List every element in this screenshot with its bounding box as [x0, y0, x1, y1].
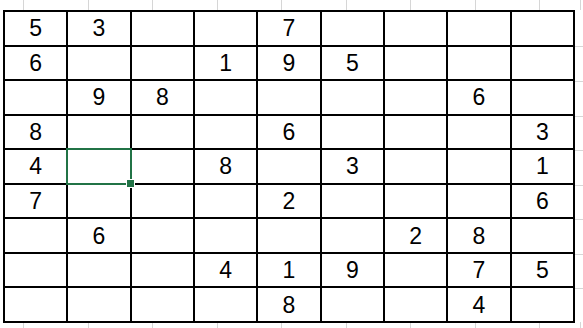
cell-r9c3[interactable] — [132, 288, 193, 321]
cell-r4c5[interactable]: 6 — [258, 116, 319, 149]
cell-r2c6[interactable]: 5 — [322, 47, 383, 80]
cell-r4c4[interactable] — [195, 116, 256, 149]
cell-r5c3[interactable] — [132, 150, 193, 183]
cell-r7c4[interactable] — [195, 219, 256, 252]
sheet-gridline-v — [580, 0, 581, 10]
cell-r8c6[interactable]: 9 — [322, 254, 383, 287]
cell-r4c9[interactable]: 3 — [512, 116, 573, 149]
sheet-gridline-h — [575, 254, 583, 255]
cell-r3c4[interactable] — [195, 81, 256, 114]
cell-r5c9[interactable]: 1 — [512, 150, 573, 183]
cell-r6c6[interactable] — [322, 185, 383, 218]
cell-r9c4[interactable] — [195, 288, 256, 321]
cell-r2c4[interactable]: 1 — [195, 47, 256, 80]
cell-r9c8[interactable]: 4 — [448, 288, 509, 321]
spreadsheet-canvas: 537619598686348317266284197584 — [0, 0, 583, 328]
cell-r3c7[interactable] — [385, 81, 446, 114]
cell-r4c6[interactable] — [322, 116, 383, 149]
sheet-gridline-v — [410, 0, 411, 10]
cell-r3c2[interactable]: 9 — [68, 81, 129, 114]
sheet-gridline-v — [23, 0, 24, 10]
cell-r7c9[interactable] — [512, 219, 573, 252]
cell-r2c1[interactable]: 6 — [5, 47, 66, 80]
cell-r5c7[interactable] — [385, 150, 446, 183]
cell-r9c2[interactable] — [68, 288, 129, 321]
sheet-gridline-v — [539, 0, 540, 10]
cell-r1c6[interactable] — [322, 12, 383, 45]
sheet-gridline-h — [575, 116, 583, 117]
cell-r1c7[interactable] — [385, 12, 446, 45]
cell-r9c9[interactable] — [512, 288, 573, 321]
cell-r6c2[interactable] — [68, 185, 129, 218]
cell-r9c7[interactable] — [385, 288, 446, 321]
cell-r5c5[interactable] — [258, 150, 319, 183]
cell-r4c7[interactable] — [385, 116, 446, 149]
cell-r4c3[interactable] — [132, 116, 193, 149]
cell-r4c8[interactable] — [448, 116, 509, 149]
cell-r2c9[interactable] — [512, 47, 573, 80]
cell-r6c4[interactable] — [195, 185, 256, 218]
cell-r1c1[interactable]: 5 — [5, 12, 66, 45]
sheet-gridline-v — [346, 0, 347, 10]
cell-r2c8[interactable] — [448, 47, 509, 80]
cell-r8c2[interactable] — [68, 254, 129, 287]
cell-r5c6[interactable]: 3 — [322, 150, 383, 183]
cell-r1c8[interactable] — [448, 12, 509, 45]
cell-r9c1[interactable] — [5, 288, 66, 321]
sheet-gridline-h — [575, 46, 583, 47]
cell-r7c6[interactable] — [322, 219, 383, 252]
cell-r1c9[interactable] — [512, 12, 573, 45]
sheet-gridline-v — [217, 0, 218, 10]
cell-r3c8[interactable]: 6 — [448, 81, 509, 114]
cell-r2c7[interactable] — [385, 47, 446, 80]
cell-r7c1[interactable] — [5, 219, 66, 252]
cell-r6c1[interactable]: 7 — [5, 185, 66, 218]
sheet-gridline-v — [580, 322, 581, 328]
cell-r8c5[interactable]: 1 — [258, 254, 319, 287]
cell-r3c5[interactable] — [258, 81, 319, 114]
sheet-gridline-h — [575, 185, 583, 186]
cell-r6c8[interactable] — [448, 185, 509, 218]
cell-r2c2[interactable] — [68, 47, 129, 80]
sheet-gridline-h — [575, 81, 583, 82]
cell-r3c9[interactable] — [512, 81, 573, 114]
selection-box[interactable] — [66, 148, 131, 185]
cell-r6c5[interactable]: 2 — [258, 185, 319, 218]
cell-r6c3[interactable] — [132, 185, 193, 218]
cell-r5c1[interactable]: 4 — [5, 150, 66, 183]
cell-r3c1[interactable] — [5, 81, 66, 114]
cell-r1c2[interactable]: 3 — [68, 12, 129, 45]
cell-r1c5[interactable]: 7 — [258, 12, 319, 45]
sheet-gridline-v — [475, 0, 476, 10]
cell-r6c7[interactable] — [385, 185, 446, 218]
cell-r6c9[interactable]: 6 — [512, 185, 573, 218]
cell-r7c8[interactable]: 8 — [448, 219, 509, 252]
cell-r8c1[interactable] — [5, 254, 66, 287]
cell-r2c3[interactable] — [132, 47, 193, 80]
cell-r1c4[interactable] — [195, 12, 256, 45]
sheet-gridline-h — [575, 150, 583, 151]
cell-r8c8[interactable]: 7 — [448, 254, 509, 287]
cell-r7c7[interactable]: 2 — [385, 219, 446, 252]
cell-r5c4[interactable]: 8 — [195, 150, 256, 183]
cell-r8c9[interactable]: 5 — [512, 254, 573, 287]
cell-r2c5[interactable]: 9 — [258, 47, 319, 80]
cell-r8c3[interactable] — [132, 254, 193, 287]
sheet-gridline-v — [281, 0, 282, 10]
cell-r4c2[interactable] — [68, 116, 129, 149]
cell-r4c1[interactable]: 8 — [5, 116, 66, 149]
cell-r5c8[interactable] — [448, 150, 509, 183]
cell-r7c3[interactable] — [132, 219, 193, 252]
sheet-gridline-h — [575, 288, 583, 289]
cell-r7c5[interactable] — [258, 219, 319, 252]
sheet-gridline-h — [575, 219, 583, 220]
cell-r9c6[interactable] — [322, 288, 383, 321]
cell-r9c5[interactable]: 8 — [258, 288, 319, 321]
fill-handle[interactable] — [126, 179, 135, 188]
cell-r8c4[interactable]: 4 — [195, 254, 256, 287]
cell-r3c3[interactable]: 8 — [132, 81, 193, 114]
cell-r7c2[interactable]: 6 — [68, 219, 129, 252]
cell-r8c7[interactable] — [385, 254, 446, 287]
sheet-gridline-v — [152, 0, 153, 10]
cell-r1c3[interactable] — [132, 12, 193, 45]
cell-r3c6[interactable] — [322, 81, 383, 114]
sheet-gridline-v — [88, 0, 89, 10]
